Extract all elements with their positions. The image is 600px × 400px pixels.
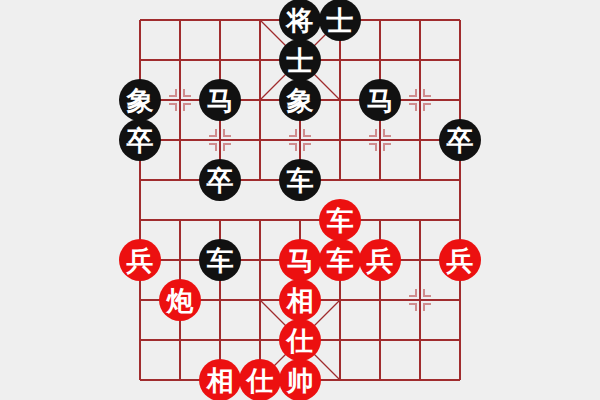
piece-black-elephant[interactable]: 象 [119,79,161,121]
piece-black-chariot[interactable]: 车 [279,159,321,201]
piece-black-chariot[interactable]: 车 [199,239,241,281]
piece-red-advisor[interactable]: 仕 [239,359,281,400]
piece-black-pawn[interactable]: 卒 [119,119,161,161]
xiangqi-app: 将士士象马象马卒卒卒车车车兵马车兵兵炮相仕相仕帅 [0,0,600,400]
piece-black-elephant[interactable]: 象 [279,79,321,121]
piece-red-pawn[interactable]: 兵 [119,239,161,281]
piece-black-horse[interactable]: 马 [359,79,401,121]
piece-red-elephant[interactable]: 相 [279,279,321,321]
piece-red-elephant[interactable]: 相 [199,359,241,400]
piece-red-pawn[interactable]: 兵 [359,239,401,281]
piece-black-advisor[interactable]: 士 [279,39,321,81]
piece-red-cannon[interactable]: 炮 [159,279,201,321]
piece-red-chariot[interactable]: 车 [319,239,361,281]
piece-red-advisor[interactable]: 仕 [279,319,321,361]
piece-red-horse[interactable]: 马 [279,239,321,281]
piece-black-pawn[interactable]: 卒 [199,159,241,201]
piece-red-chariot[interactable]: 车 [319,199,361,241]
piece-black-advisor[interactable]: 士 [319,0,361,41]
piece-red-pawn[interactable]: 兵 [439,239,481,281]
piece-black-horse[interactable]: 马 [199,79,241,121]
piece-black-pawn[interactable]: 卒 [439,119,481,161]
xiangqi-board: 将士士象马象马卒卒卒车车车兵马车兵兵炮相仕相仕帅 [120,0,480,400]
piece-black-general[interactable]: 将 [279,0,321,41]
piece-red-general[interactable]: 帅 [279,359,321,400]
